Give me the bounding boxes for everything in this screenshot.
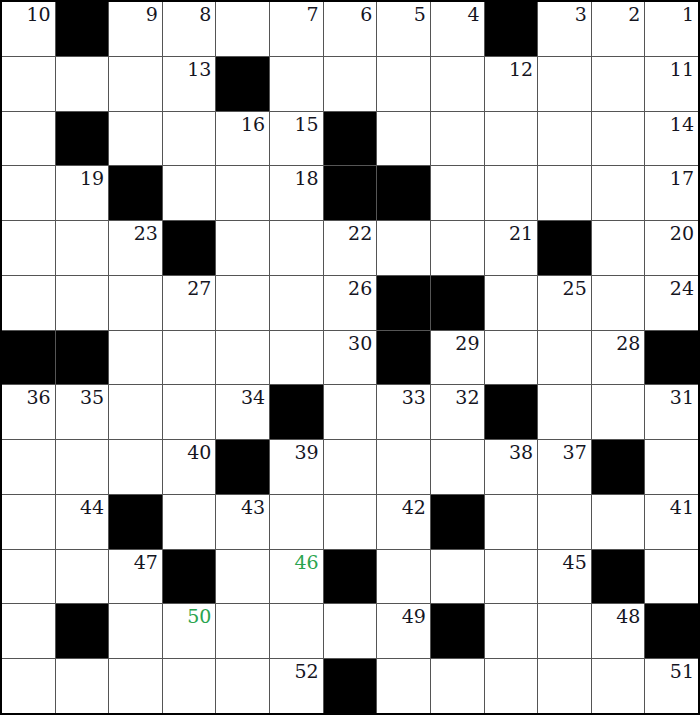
cell-r9c11[interactable]: 37 [538,440,591,494]
cell-r13c8[interactable] [377,659,430,713]
clue-number-35: 35 [80,385,104,409]
cell-r8c13[interactable]: 31 [645,385,698,439]
cell-r6c2[interactable] [56,276,109,330]
clue-number-25: 25 [563,276,587,300]
clue-number-32: 32 [455,385,479,409]
cell-r4c5[interactable] [216,166,269,220]
clue-number-2: 2 [628,2,640,26]
cell-r8c4[interactable] [163,385,216,439]
clue-number-20: 20 [670,221,694,245]
clue-number-37: 37 [563,440,587,464]
block-r7c1 [2,331,55,385]
cell-r9c13[interactable] [645,440,698,494]
cell-r8c3[interactable] [109,385,162,439]
cell-r10c7[interactable] [324,495,377,549]
cell-r1c8[interactable]: 5 [377,2,430,56]
cell-r9c7[interactable] [324,440,377,494]
block-r10c3 [109,495,162,549]
clue-number-19: 19 [80,166,104,190]
clue-number-28: 28 [616,331,640,355]
block-r9c5 [216,440,269,494]
clue-number-43: 43 [241,495,265,519]
clue-number-45: 45 [563,550,587,574]
cell-r11c11[interactable]: 45 [538,550,591,604]
cell-r10c10[interactable] [485,495,538,549]
clue-number-7: 7 [307,2,319,26]
clue-number-11: 11 [670,57,694,81]
cell-r12c7[interactable] [324,604,377,658]
cell-r1c5[interactable] [216,2,269,56]
cell-r4c1[interactable] [2,166,55,220]
cell-r5c5[interactable] [216,221,269,275]
cell-r3c13[interactable]: 14 [645,112,698,166]
cell-r7c6[interactable] [270,331,323,385]
clue-number-30: 30 [348,331,372,355]
cell-r1c1[interactable]: 10 [2,2,55,56]
cell-r2c8[interactable] [377,57,430,111]
cell-r9c6[interactable]: 39 [270,440,323,494]
cell-r3c3[interactable] [109,112,162,166]
clue-number-46: 46 [295,550,319,574]
crossword-board: 1098765432113121116151419181723222120272… [0,0,700,715]
cell-r12c1[interactable] [2,604,55,658]
cell-r13c2[interactable] [56,659,109,713]
cell-r12c11[interactable] [538,604,591,658]
cell-r10c5[interactable]: 43 [216,495,269,549]
cell-r9c4[interactable]: 40 [163,440,216,494]
cell-r2c9[interactable] [431,57,484,111]
cell-r1c9[interactable]: 4 [431,2,484,56]
clue-number-13: 13 [187,57,211,81]
block-r11c12 [592,550,645,604]
block-r9c12 [592,440,645,494]
clue-number-42: 42 [402,495,426,519]
clue-number-12: 12 [509,57,533,81]
clue-number-9: 9 [146,2,158,26]
cell-r4c12[interactable] [592,166,645,220]
cell-r5c1[interactable] [2,221,55,275]
block-r4c7 [324,166,377,220]
cell-r6c10[interactable] [485,276,538,330]
cell-r3c4[interactable] [163,112,216,166]
cell-r3c8[interactable] [377,112,430,166]
clue-number-47: 47 [134,550,158,574]
cell-r3c5[interactable]: 16 [216,112,269,166]
block-r4c3 [109,166,162,220]
cell-r4c9[interactable] [431,166,484,220]
cell-r2c12[interactable] [592,57,645,111]
block-r6c8 [377,276,430,330]
cell-r1c13[interactable]: 1 [645,2,698,56]
cell-r7c12[interactable]: 28 [592,331,645,385]
clue-number-8: 8 [199,2,211,26]
block-r12c13 [645,604,698,658]
block-r10c9 [431,495,484,549]
cell-r8c1[interactable]: 36 [2,385,55,439]
block-r1c10 [485,2,538,56]
cell-r6c7[interactable]: 26 [324,276,377,330]
cell-r13c12[interactable] [592,659,645,713]
cell-r6c6[interactable] [270,276,323,330]
cell-r13c13[interactable]: 51 [645,659,698,713]
block-r2c5 [216,57,269,111]
clue-number-27: 27 [187,276,211,300]
cell-r8c7[interactable] [324,385,377,439]
cell-r11c2[interactable] [56,550,109,604]
clue-number-50: 50 [187,604,211,628]
clue-number-18: 18 [295,166,319,190]
cell-r5c8[interactable] [377,221,430,275]
cell-r2c11[interactable] [538,57,591,111]
cell-r12c12[interactable]: 48 [592,604,645,658]
clue-number-14: 14 [670,112,694,136]
cell-r6c4[interactable]: 27 [163,276,216,330]
block-r13c7 [324,659,377,713]
cell-r10c1[interactable] [2,495,55,549]
block-r7c8 [377,331,430,385]
clue-number-44: 44 [80,495,104,519]
cell-r13c4[interactable] [163,659,216,713]
clue-number-16: 16 [241,112,265,136]
clue-number-4: 4 [467,2,479,26]
cell-r11c9[interactable] [431,550,484,604]
cell-r13c6[interactable]: 52 [270,659,323,713]
cell-r10c12[interactable] [592,495,645,549]
cell-r11c13[interactable] [645,550,698,604]
clue-number-40: 40 [187,440,211,464]
clue-number-26: 26 [348,276,372,300]
cell-r7c4[interactable] [163,331,216,385]
cell-r7c5[interactable] [216,331,269,385]
cell-r13c5[interactable] [216,659,269,713]
cell-r7c7[interactable]: 30 [324,331,377,385]
block-r3c7 [324,112,377,166]
cell-r1c3[interactable]: 9 [109,2,162,56]
clue-number-36: 36 [26,385,50,409]
cell-r4c6[interactable]: 18 [270,166,323,220]
cell-r11c10[interactable] [485,550,538,604]
block-r4c8 [377,166,430,220]
cell-r10c11[interactable] [538,495,591,549]
cell-r10c2[interactable]: 44 [56,495,109,549]
clue-number-10: 10 [26,2,50,26]
cell-r8c8[interactable]: 33 [377,385,430,439]
clue-number-17: 17 [670,166,694,190]
cell-r1c4[interactable]: 8 [163,2,216,56]
clue-number-29: 29 [455,331,479,355]
cell-r5c10[interactable]: 21 [485,221,538,275]
cell-r3c1[interactable] [2,112,55,166]
cell-r5c12[interactable] [592,221,645,275]
cell-r13c10[interactable] [485,659,538,713]
clue-number-49: 49 [402,604,426,628]
cell-r3c11[interactable] [538,112,591,166]
cell-r9c8[interactable] [377,440,430,494]
clue-number-34: 34 [241,385,265,409]
block-r12c2 [56,604,109,658]
cell-r5c7[interactable]: 22 [324,221,377,275]
cell-r5c9[interactable] [431,221,484,275]
block-r11c7 [324,550,377,604]
cell-r12c8[interactable]: 49 [377,604,430,658]
cell-r4c4[interactable] [163,166,216,220]
clue-number-3: 3 [575,2,587,26]
clue-number-22: 22 [348,221,372,245]
cell-r11c3[interactable]: 47 [109,550,162,604]
clue-number-41: 41 [670,495,694,519]
cell-r12c3[interactable] [109,604,162,658]
cell-r1c12[interactable]: 2 [592,2,645,56]
cell-r8c9[interactable]: 32 [431,385,484,439]
clue-number-33: 33 [402,385,426,409]
block-r7c13 [645,331,698,385]
clue-number-5: 5 [414,2,426,26]
clue-number-1: 1 [682,2,694,26]
cell-r10c6[interactable] [270,495,323,549]
cell-r10c8[interactable]: 42 [377,495,430,549]
cell-r13c1[interactable] [2,659,55,713]
clue-number-21: 21 [509,221,533,245]
block-r5c11 [538,221,591,275]
cell-r3c6[interactable]: 15 [270,112,323,166]
clue-number-39: 39 [295,440,319,464]
cell-r10c4[interactable] [163,495,216,549]
cell-r9c10[interactable]: 38 [485,440,538,494]
cell-r11c6[interactable]: 46 [270,550,323,604]
cell-r6c5[interactable] [216,276,269,330]
clue-number-38: 38 [509,440,533,464]
clue-number-48: 48 [616,604,640,628]
cell-r12c6[interactable] [270,604,323,658]
block-r8c10 [485,385,538,439]
cell-r6c1[interactable] [2,276,55,330]
clue-number-24: 24 [670,276,694,300]
cell-r7c11[interactable] [538,331,591,385]
cell-r13c3[interactable] [109,659,162,713]
cell-r6c3[interactable] [109,276,162,330]
cell-r7c10[interactable] [485,331,538,385]
cell-r11c8[interactable] [377,550,430,604]
cell-r7c3[interactable] [109,331,162,385]
clue-number-6: 6 [360,2,372,26]
cell-r2c10[interactable]: 12 [485,57,538,111]
cell-r8c11[interactable] [538,385,591,439]
cell-r9c3[interactable] [109,440,162,494]
block-r6c9 [431,276,484,330]
cell-r11c5[interactable] [216,550,269,604]
cell-r3c12[interactable] [592,112,645,166]
cell-r8c5[interactable]: 34 [216,385,269,439]
cell-r9c9[interactable] [431,440,484,494]
cell-r5c3[interactable]: 23 [109,221,162,275]
cell-r7c9[interactable]: 29 [431,331,484,385]
clue-number-51: 51 [670,659,694,683]
cell-r4c10[interactable] [485,166,538,220]
cell-r4c11[interactable] [538,166,591,220]
cell-r2c7[interactable] [324,57,377,111]
cell-r12c4[interactable]: 50 [163,604,216,658]
cell-r5c13[interactable]: 20 [645,221,698,275]
block-r8c6 [270,385,323,439]
cell-r6c13[interactable]: 24 [645,276,698,330]
cell-r13c11[interactable] [538,659,591,713]
block-r7c2 [56,331,109,385]
clue-number-31: 31 [670,385,694,409]
cell-r3c9[interactable] [431,112,484,166]
cell-r2c1[interactable] [2,57,55,111]
cell-r4c13[interactable]: 17 [645,166,698,220]
cell-r8c12[interactable] [592,385,645,439]
cell-r2c2[interactable] [56,57,109,111]
cell-r5c6[interactable] [270,221,323,275]
clue-number-23: 23 [134,221,158,245]
clue-number-52: 52 [295,659,319,683]
cell-r2c6[interactable] [270,57,323,111]
cell-r5c2[interactable] [56,221,109,275]
cell-r12c10[interactable] [485,604,538,658]
cell-r10c13[interactable]: 41 [645,495,698,549]
cell-r2c4[interactable]: 13 [163,57,216,111]
cell-r2c3[interactable] [109,57,162,111]
block-r12c9 [431,604,484,658]
cell-r6c12[interactable] [592,276,645,330]
cell-r8c2[interactable]: 35 [56,385,109,439]
block-r11c4 [163,550,216,604]
block-r5c4 [163,221,216,275]
cell-r1c6[interactable]: 7 [270,2,323,56]
cell-r3c10[interactable] [485,112,538,166]
cell-r6c11[interactable]: 25 [538,276,591,330]
cell-r9c2[interactable] [56,440,109,494]
cell-r1c11[interactable]: 3 [538,2,591,56]
block-r3c2 [56,112,109,166]
cell-r13c9[interactable] [431,659,484,713]
cell-r11c1[interactable] [2,550,55,604]
cell-r2c13[interactable]: 11 [645,57,698,111]
cell-r9c1[interactable] [2,440,55,494]
cell-r4c2[interactable]: 19 [56,166,109,220]
clue-number-15: 15 [295,112,319,136]
cell-r1c7[interactable]: 6 [324,2,377,56]
block-r1c2 [56,2,109,56]
cell-r12c5[interactable] [216,604,269,658]
